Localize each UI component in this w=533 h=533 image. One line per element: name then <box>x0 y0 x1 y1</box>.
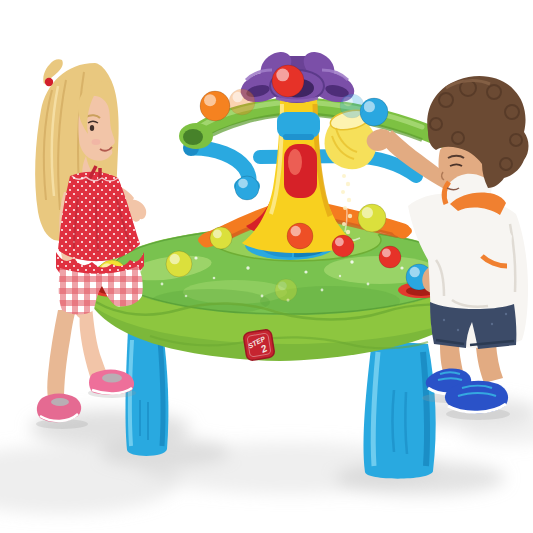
ball-orange_red <box>287 223 313 249</box>
ball-lime <box>210 227 232 249</box>
girl-hair-tie <box>45 78 53 86</box>
girl-swimsuit-bodice <box>58 172 140 261</box>
photo-canvas: STEP 2 <box>0 0 533 533</box>
girl-leg-far <box>47 310 76 398</box>
ball-lime <box>275 279 297 301</box>
product-photo: STEP 2 <box>0 0 533 533</box>
ball-blue <box>360 98 388 126</box>
ball-blue <box>235 176 259 200</box>
ball-orange <box>200 91 230 121</box>
ball-red <box>379 246 401 268</box>
boy-leg-right <box>476 344 503 383</box>
table-leg-right <box>364 340 436 479</box>
step2-badge: STEP 2 <box>243 329 275 361</box>
ball-lime <box>166 251 192 277</box>
ball-red <box>272 65 304 97</box>
ball-orange <box>229 89 255 115</box>
ball-red <box>332 235 354 257</box>
tower-red-window <box>284 144 317 198</box>
ball-lime <box>358 204 386 232</box>
ball-blue <box>340 94 364 118</box>
